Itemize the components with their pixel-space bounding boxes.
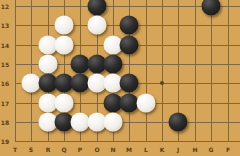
black-stone-g12: [201, 0, 222, 17]
grid-line-col-G: [211, 0, 212, 142]
row-label-13: 13: [1, 22, 9, 29]
black-stone-m14: [119, 35, 140, 56]
grid-line-col-F: [228, 0, 229, 142]
go-app-window: 1213141516171819TSRQPONMLKJHGF: [0, 0, 240, 156]
col-label-k: K: [160, 146, 165, 153]
col-label-o: O: [94, 146, 99, 153]
col-label-h: H: [192, 146, 197, 153]
go-board[interactable]: 1213141516171819TSRQPONMLKJHGF: [0, 0, 240, 156]
white-stone-n18: [103, 112, 124, 133]
grid-line-col-K: [162, 0, 163, 142]
row-label-12: 12: [1, 3, 9, 10]
black-stone-m13: [119, 15, 140, 36]
white-stone-q17: [54, 93, 75, 114]
row-label-15: 15: [1, 61, 9, 68]
col-label-m: M: [126, 146, 132, 153]
col-label-j: J: [177, 146, 179, 153]
grid-line-col-T: [15, 0, 16, 142]
white-stone-q13: [54, 15, 75, 36]
white-stone-q14: [54, 35, 75, 56]
white-stone-r15: [38, 54, 59, 75]
col-label-s: S: [29, 146, 33, 153]
white-stone-l17: [136, 93, 157, 114]
grid-line-col-L: [146, 0, 147, 142]
col-label-l: L: [144, 146, 148, 153]
star-point-k16: [160, 81, 164, 85]
black-stone-m16: [119, 73, 140, 94]
col-label-g: G: [209, 146, 214, 153]
row-label-14: 14: [1, 42, 9, 49]
col-label-f: F: [226, 146, 230, 153]
row-label-18: 18: [1, 119, 9, 126]
row-label-17: 17: [1, 100, 9, 107]
black-stone-n15: [103, 54, 124, 75]
white-stone-o13: [87, 15, 108, 36]
grid-line-col-H: [195, 0, 196, 142]
col-label-p: P: [78, 146, 82, 153]
col-label-q: Q: [61, 146, 66, 153]
row-label-19: 19: [1, 138, 9, 145]
col-label-r: R: [46, 146, 51, 153]
grid-line-row-19: [15, 141, 240, 142]
col-label-t: T: [13, 146, 17, 153]
col-label-n: N: [110, 146, 115, 153]
grid-line-col-S: [31, 0, 32, 142]
black-stone-j18: [168, 112, 189, 133]
row-label-16: 16: [1, 80, 9, 87]
